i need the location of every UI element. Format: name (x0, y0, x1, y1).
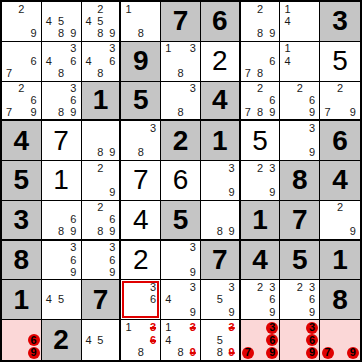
candidate-8: 8 (55, 226, 67, 238)
cell-r5c5[interactable]: 6 (161, 161, 201, 201)
given-digit: 7 (82, 280, 120, 319)
given-digit: 2 (42, 320, 81, 360)
candidate-2: 2 (15, 83, 27, 95)
cell-r6c3[interactable]: 2689 (82, 201, 122, 241)
candidate-6: 6 (266, 94, 278, 106)
cell-r8c6[interactable]: 359 (201, 280, 241, 320)
given-digit: 9 (121, 42, 160, 81)
cell-r2c5[interactable]: 138 (161, 42, 201, 82)
given-digit: 6 (320, 121, 360, 160)
candidate-9: 9 (187, 266, 199, 278)
candidate-9: 9 (67, 266, 79, 278)
candidate-9: 9 (67, 226, 79, 238)
candidate-9: 9 (306, 306, 318, 318)
pencil-marks: 38 (162, 83, 199, 119)
candidate-6: 6 (306, 334, 318, 346)
candidate-6: 6 (67, 254, 79, 266)
pencil-marks: 369 (83, 242, 119, 279)
candidate-6: 6 (106, 214, 118, 226)
given-digit: 2 (161, 121, 200, 160)
sudoku-board: 2945892458918762891436734683468913826781… (0, 0, 362, 362)
candidate-1: 1 (281, 3, 293, 15)
cell-r6c8[interactable]: 7 (280, 201, 320, 241)
candidate-8: 8 (174, 346, 186, 359)
pencil-marks: 2369 (242, 281, 279, 318)
candidate-2: 2 (334, 83, 347, 95)
cell-r8c5[interactable]: 349 (161, 280, 201, 320)
candidate-9: 9 (266, 306, 278, 318)
candidate-5: 5 (214, 294, 226, 306)
cell-r2c1[interactable]: 67 (2, 42, 42, 82)
cell-r7c8[interactable]: 5 (280, 241, 320, 281)
pencil-marks: 39 (202, 162, 238, 199)
candidate-2: 2 (94, 202, 106, 214)
candidate-1: 1 (122, 321, 134, 334)
cell-r1c2[interactable]: 4589 (42, 2, 82, 42)
given-digit: 7 (161, 2, 200, 41)
pencil-marks: 3689 (43, 83, 80, 119)
cell-r9c5[interactable]: 13489 (161, 320, 201, 360)
candidate-9: 9 (106, 28, 118, 40)
pencil-marks: 89 (202, 202, 238, 238)
cell-r2c7[interactable]: 678 (241, 42, 281, 82)
cell-r3c5[interactable]: 38 (161, 82, 201, 122)
pencil-marks: 2369 (281, 281, 318, 318)
candidate-9: 9 (187, 306, 199, 318)
cell-r8c1[interactable]: 1 (2, 280, 42, 320)
candidate-3: 3 (67, 242, 79, 254)
candidate-9: 9 (106, 266, 118, 278)
candidate-8: 8 (94, 67, 106, 79)
pencil-marks: 38 (122, 122, 159, 159)
candidate-4: 4 (162, 334, 174, 347)
pencil-marks: 369 (43, 242, 80, 279)
pencil-marks: 3589 (202, 321, 238, 359)
candidate-3: 3 (226, 162, 238, 174)
solved-digit: 7 (121, 161, 160, 200)
candidate-9: 9 (266, 347, 278, 359)
cell-r3c8[interactable]: 269 (280, 82, 320, 122)
given-digit: 8 (320, 280, 360, 319)
candidate-8: 8 (94, 28, 106, 40)
candidate-6: 6 (266, 55, 278, 67)
candidate-6: 6 (147, 294, 159, 306)
pencil-marks: 18 (122, 3, 159, 40)
pencil-marks: 269 (281, 83, 318, 119)
candidate-8: 8 (135, 28, 147, 40)
pencil-marks: 2689 (83, 202, 119, 238)
cell-r9c4[interactable]: 1368 (121, 320, 161, 360)
candidate-7: 7 (3, 67, 15, 79)
pencil-marks: 29 (83, 162, 119, 199)
cell-r9c9[interactable]: 79 (320, 320, 360, 360)
cell-r1c7[interactable]: 289 (241, 2, 281, 42)
cell-r3c1[interactable]: 2679 (2, 82, 42, 122)
candidate-3: 3 (306, 281, 318, 293)
candidate-9: 9 (346, 226, 359, 238)
pencil-marks: 89 (83, 122, 119, 159)
candidate-2: 2 (15, 3, 27, 15)
pencil-marks: 36 (122, 281, 159, 318)
cell-r9c7[interactable]: 3679 (241, 320, 281, 360)
cell-r4c5[interactable]: 2 (161, 121, 201, 161)
candidate-8: 8 (254, 28, 266, 40)
pencil-marks: 45 (83, 321, 119, 359)
cell-r9c1[interactable]: 69 (2, 320, 42, 360)
pencil-marks: 14 (281, 43, 318, 80)
cell-r9c6[interactable]: 3589 (201, 320, 241, 360)
cell-r1c9[interactable]: 3 (320, 2, 360, 42)
candidate-3: 3 (266, 162, 278, 174)
cell-r4c9[interactable]: 6 (320, 121, 360, 161)
candidate-4: 4 (43, 294, 55, 306)
pencil-marks: 13489 (162, 321, 199, 359)
candidate-3: 3 (187, 321, 199, 334)
candidate-8: 8 (214, 226, 226, 238)
candidate-3: 3 (67, 83, 79, 95)
given-digit: 6 (201, 2, 239, 41)
candidate-8: 8 (55, 106, 67, 118)
candidate-9: 9 (226, 306, 238, 318)
candidate-2: 2 (94, 3, 106, 15)
cell-r3c9[interactable]: 279 (320, 82, 360, 122)
candidate-9: 9 (28, 28, 40, 40)
pencil-marks: 2679 (3, 83, 40, 119)
pencil-marks: 67 (3, 43, 40, 80)
candidate-7: 7 (242, 347, 254, 359)
pencil-marks: 359 (202, 281, 238, 318)
pencil-marks: 1368 (122, 321, 159, 359)
candidate-9: 9 (226, 346, 238, 359)
candidate-3: 3 (187, 281, 199, 293)
given-digit: 4 (241, 241, 280, 280)
candidate-6: 6 (106, 55, 118, 67)
given-digit: 5 (121, 82, 160, 120)
candidate-2: 2 (254, 83, 266, 95)
cell-r5c4[interactable]: 7 (121, 161, 161, 201)
candidate-3: 3 (187, 83, 199, 95)
pencil-marks: 79 (321, 321, 359, 359)
candidate-8: 8 (94, 226, 106, 238)
pencil-marks: 29 (3, 3, 40, 40)
candidate-8: 8 (135, 147, 147, 159)
candidate-9: 9 (306, 147, 318, 159)
candidate-7: 7 (321, 106, 334, 118)
given-digit: 4 (201, 82, 239, 120)
given-digit: 1 (82, 82, 120, 120)
cell-r4c3[interactable]: 89 (82, 121, 122, 161)
pencil-marks: 39 (162, 242, 199, 279)
given-digit: 1 (241, 201, 280, 239)
given-digit: 5 (161, 201, 200, 239)
cell-r1c1[interactable]: 29 (2, 2, 42, 42)
candidate-8: 8 (55, 28, 67, 40)
cell-r8c4[interactable]: 36 (121, 280, 161, 320)
solved-digit: 5 (320, 42, 360, 81)
pencil-marks: 14 (281, 3, 318, 40)
given-digit: 1 (2, 280, 41, 319)
candidate-1: 1 (281, 43, 293, 55)
candidate-3: 3 (187, 43, 199, 55)
pencil-marks: 26789 (242, 83, 279, 119)
candidate-2: 2 (254, 3, 266, 15)
given-digit: 7 (280, 201, 319, 239)
pencil-marks: 138 (162, 43, 199, 80)
pencil-marks: 279 (321, 83, 359, 119)
given-digit: 4 (2, 121, 41, 160)
cell-r7c1[interactable]: 8 (2, 241, 42, 281)
given-digit: 3 (320, 2, 360, 41)
candidate-8: 8 (254, 106, 266, 118)
candidate-7: 7 (322, 347, 334, 359)
candidate-6: 6 (28, 334, 40, 346)
candidate-8: 8 (174, 106, 186, 118)
cell-r3c3[interactable]: 1 (82, 82, 122, 122)
candidate-4: 4 (281, 55, 293, 67)
given-digit: 8 (280, 161, 319, 200)
candidate-2: 2 (334, 202, 347, 214)
cell-r8c2[interactable]: 45 (42, 280, 82, 320)
cell-r6c4[interactable]: 4 (121, 201, 161, 241)
solved-digit: 7 (42, 121, 81, 160)
candidate-5: 5 (94, 334, 106, 347)
candidate-2: 2 (294, 83, 306, 95)
cell-r5c7[interactable]: 239 (241, 161, 281, 201)
solved-digit: 5 (241, 121, 280, 160)
candidate-6: 6 (306, 294, 318, 306)
candidate-9: 9 (266, 28, 278, 40)
given-digit: 1 (320, 241, 360, 280)
pencil-marks: 24589 (83, 3, 119, 40)
solved-digit: 1 (42, 161, 81, 200)
candidate-5: 5 (55, 294, 67, 306)
cell-r4c4[interactable]: 38 (121, 121, 161, 161)
cell-r3c2[interactable]: 3689 (42, 82, 82, 122)
candidate-9: 9 (67, 28, 79, 40)
candidate-4: 4 (162, 294, 174, 306)
cell-r2c3[interactable]: 3468 (82, 42, 122, 82)
cell-r6c6[interactable]: 89 (201, 201, 241, 241)
pencil-marks: 3468 (83, 43, 119, 80)
pencil-marks: 3468 (43, 43, 80, 80)
cell-r1c4[interactable]: 18 (121, 2, 161, 42)
pencil-marks: 39 (281, 122, 318, 159)
candidate-9: 9 (187, 346, 199, 359)
cell-r6c1[interactable]: 3 (2, 201, 42, 241)
given-digit: 5 (280, 241, 319, 280)
solved-digit: 6 (161, 161, 200, 200)
cell-r7c5[interactable]: 39 (161, 241, 201, 281)
cell-r9c2[interactable]: 2 (42, 320, 82, 360)
pencil-marks: 689 (43, 202, 80, 238)
given-digit: 5 (2, 161, 41, 200)
pencil-marks: 3679 (242, 321, 279, 359)
candidate-2: 2 (254, 162, 266, 174)
cell-r5c9[interactable]: 4 (320, 161, 360, 201)
candidate-7: 7 (242, 106, 254, 118)
cell-r7c7[interactable]: 4 (241, 241, 281, 281)
solved-digit: 4 (121, 201, 160, 239)
cell-r7c6[interactable]: 7 (201, 241, 241, 281)
candidate-1: 1 (122, 3, 134, 15)
cell-r6c7[interactable]: 1 (241, 201, 281, 241)
cell-r2c4[interactable]: 9 (121, 42, 161, 82)
candidate-6: 6 (28, 55, 40, 67)
cell-r8c7[interactable]: 2369 (241, 280, 281, 320)
pencil-marks: 29 (321, 202, 359, 238)
candidate-3: 3 (306, 322, 318, 334)
candidate-2: 2 (94, 162, 106, 174)
candidate-1: 1 (162, 43, 174, 55)
pencil-marks: 369 (281, 321, 318, 359)
candidate-5: 5 (214, 334, 226, 347)
cell-r6c2[interactable]: 689 (42, 201, 82, 241)
cell-r5c2[interactable]: 1 (42, 161, 82, 201)
cell-r4c8[interactable]: 39 (280, 121, 320, 161)
candidate-9: 9 (106, 147, 118, 159)
cell-r2c9[interactable]: 5 (320, 42, 360, 82)
candidate-9: 9 (106, 226, 118, 238)
candidate-9: 9 (106, 187, 118, 199)
given-digit: 3 (2, 201, 41, 239)
cell-r8c8[interactable]: 2369 (280, 280, 320, 320)
candidate-4: 4 (281, 15, 293, 27)
candidate-4: 4 (83, 15, 95, 27)
cell-r5c6[interactable]: 39 (201, 161, 241, 201)
cell-r2c6[interactable]: 2 (201, 42, 241, 82)
candidate-8: 8 (135, 346, 147, 359)
cell-r3c7[interactable]: 26789 (241, 82, 281, 122)
given-digit: 8 (2, 241, 41, 280)
candidate-9: 9 (226, 226, 238, 238)
pencil-marks: 69 (3, 321, 40, 359)
cell-r2c8[interactable]: 14 (280, 42, 320, 82)
candidate-4: 4 (43, 55, 55, 67)
candidate-9: 9 (67, 106, 79, 118)
candidate-3: 3 (67, 43, 79, 55)
candidate-9: 9 (347, 347, 359, 359)
cell-r6c5[interactable]: 5 (161, 201, 201, 241)
pencil-marks: 678 (242, 43, 279, 80)
candidate-8: 8 (214, 346, 226, 359)
given-digit: 1 (201, 121, 239, 160)
cell-r4c7[interactable]: 5 (241, 121, 281, 161)
candidate-5: 5 (94, 15, 106, 27)
candidate-6: 6 (147, 334, 159, 347)
candidate-3: 3 (266, 281, 278, 293)
candidate-3: 3 (187, 242, 199, 254)
cell-r5c8[interactable]: 8 (280, 161, 320, 201)
candidate-3: 3 (266, 322, 278, 334)
candidate-7: 7 (242, 67, 254, 79)
candidate-3: 3 (226, 321, 238, 334)
candidate-9: 9 (266, 106, 278, 118)
candidate-6: 6 (67, 94, 79, 106)
cell-r2c2[interactable]: 3468 (42, 42, 82, 82)
candidate-6: 6 (266, 334, 278, 346)
candidate-3: 3 (226, 281, 238, 293)
candidate-6: 6 (28, 94, 40, 106)
pencil-marks: 349 (162, 281, 199, 318)
candidate-6: 6 (306, 94, 318, 106)
cell-r4c1[interactable]: 4 (2, 121, 42, 161)
pencil-marks: 4589 (43, 3, 80, 40)
cell-r4c6[interactable]: 1 (201, 121, 241, 161)
candidate-9: 9 (306, 347, 318, 359)
cell-r1c3[interactable]: 24589 (82, 2, 122, 42)
candidate-6: 6 (106, 254, 118, 266)
cell-r8c3[interactable]: 7 (82, 280, 122, 320)
candidate-9: 9 (226, 187, 238, 199)
given-digit: 4 (320, 161, 360, 200)
candidate-5: 5 (55, 15, 67, 27)
pencil-marks: 45 (43, 281, 80, 318)
cell-r1c6[interactable]: 6 (201, 2, 241, 42)
candidate-8: 8 (55, 67, 67, 79)
cell-r5c3[interactable]: 29 (82, 161, 122, 201)
candidate-4: 4 (43, 15, 55, 27)
cell-r1c8[interactable]: 14 (280, 2, 320, 42)
candidate-8: 8 (94, 147, 106, 159)
candidate-6: 6 (266, 294, 278, 306)
cell-r9c8[interactable]: 369 (280, 320, 320, 360)
candidate-3: 3 (147, 321, 159, 334)
candidate-6: 6 (67, 214, 79, 226)
cell-r7c4[interactable]: 2 (121, 241, 161, 281)
candidate-1: 1 (162, 321, 174, 334)
cell-r1c5[interactable]: 7 (161, 2, 201, 42)
candidate-2: 2 (254, 281, 266, 293)
cell-r9c3[interactable]: 45 (82, 320, 122, 360)
candidate-8: 8 (254, 67, 266, 79)
candidate-4: 4 (83, 334, 95, 347)
candidate-9: 9 (28, 106, 40, 118)
solved-digit: 2 (121, 241, 160, 280)
candidate-9: 9 (346, 106, 359, 118)
candidate-2: 2 (294, 281, 306, 293)
candidate-4: 4 (83, 55, 95, 67)
candidate-6: 6 (67, 55, 79, 67)
pencil-marks: 239 (242, 162, 279, 199)
given-digit: 7 (201, 241, 239, 280)
candidate-3: 3 (106, 43, 118, 55)
candidate-3: 3 (147, 122, 159, 134)
cell-r7c3[interactable]: 369 (82, 241, 122, 281)
cell-r4c2[interactable]: 7 (42, 121, 82, 161)
cell-r3c6[interactable]: 4 (201, 82, 241, 122)
cell-r8c9[interactable]: 8 (320, 280, 360, 320)
pencil-marks: 289 (242, 3, 279, 40)
cell-r6c9[interactable]: 29 (320, 201, 360, 241)
candidate-8: 8 (174, 67, 186, 79)
cell-r5c1[interactable]: 5 (2, 161, 42, 201)
cell-r7c9[interactable]: 1 (320, 241, 360, 281)
candidate-7: 7 (3, 106, 15, 118)
solved-digit: 2 (201, 42, 239, 81)
cell-r3c4[interactable]: 5 (121, 82, 161, 122)
candidate-9: 9 (266, 187, 278, 199)
candidate-9: 9 (306, 106, 318, 118)
cell-r7c2[interactable]: 369 (42, 241, 82, 281)
candidate-3: 3 (106, 242, 118, 254)
candidate-9: 9 (28, 347, 40, 359)
candidate-3: 3 (147, 281, 159, 293)
candidate-3: 3 (306, 122, 318, 134)
